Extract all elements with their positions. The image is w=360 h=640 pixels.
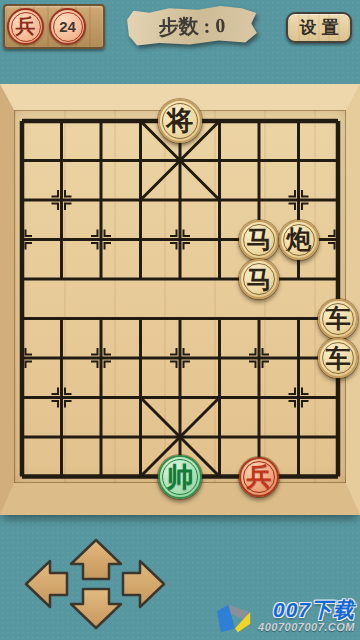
black-cannon[interactable]: 炮 [279, 220, 319, 260]
level-count-disc: 24 [49, 8, 86, 45]
watermark: 007下载 4007007007.COM [216, 598, 355, 638]
black-horse-1[interactable]: 马 [239, 220, 279, 260]
black-horse-2[interactable]: 马 [239, 259, 279, 299]
dpad-left-button[interactable] [26, 561, 67, 607]
game-screen: 兵 24 步数 : 0 设置 将马炮马车车帅兵 [0, 0, 360, 640]
steps-counter: 步数 : 0 [126, 6, 258, 46]
red-general[interactable]: 帅 [158, 455, 202, 499]
steps-label: 步数 [158, 12, 199, 40]
level-badge: 兵 24 [3, 4, 105, 49]
dpad-right-button[interactable] [123, 561, 164, 607]
watermark-domain: 4007007007.COM [258, 621, 355, 633]
watermark-logo-icon [216, 598, 254, 638]
black-chariot-1[interactable]: 车 [318, 299, 358, 339]
dpad-up-button[interactable] [71, 540, 121, 579]
red-soldier[interactable]: 兵 [239, 457, 279, 497]
steps-paper: 步数 : 0 [125, 4, 258, 48]
steps-value: 0 [215, 14, 226, 37]
level-count: 24 [59, 18, 76, 35]
black-general[interactable]: 将 [158, 99, 202, 143]
level-piece-disc: 兵 [7, 8, 44, 45]
dpad [24, 538, 166, 632]
settings-button[interactable]: 设置 [286, 12, 352, 43]
watermark-title: 007下载 [258, 598, 355, 621]
dpad-down-button[interactable] [71, 589, 121, 628]
steps-separator: : [203, 14, 210, 37]
black-chariot-2[interactable]: 车 [318, 338, 358, 378]
watermark-text: 007下载 4007007007.COM [258, 598, 355, 633]
top-bar: 兵 24 步数 : 0 设置 [0, 0, 360, 58]
level-piece-char: 兵 [16, 13, 36, 40]
